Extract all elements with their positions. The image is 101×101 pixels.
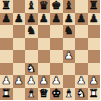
white-pawn[interactable]: ♟ <box>14 75 24 87</box>
square-c3[interactable]: ♞ <box>25 63 38 76</box>
square-c2[interactable]: ♟ <box>25 75 38 88</box>
white-bishop[interactable]: ♝ <box>26 88 36 100</box>
square-h3[interactable] <box>88 63 101 76</box>
square-e1[interactable]: ♚ <box>50 88 63 101</box>
square-d5[interactable] <box>38 38 51 51</box>
black-knight[interactable]: ♞ <box>64 25 74 37</box>
square-e4[interactable] <box>50 50 63 63</box>
square-c6[interactable]: ♞ <box>25 25 38 38</box>
square-a8[interactable]: ♜ <box>0 0 13 13</box>
square-a4[interactable] <box>0 50 13 63</box>
white-rook[interactable]: ♜ <box>89 88 99 100</box>
square-a5[interactable] <box>0 38 13 51</box>
square-f7[interactable]: ♟ <box>63 13 76 26</box>
square-e7[interactable]: ♟ <box>50 13 63 26</box>
white-pawn[interactable]: ♟ <box>39 75 49 87</box>
white-rook[interactable]: ♜ <box>1 88 11 100</box>
square-e5[interactable] <box>50 38 63 51</box>
white-pawn[interactable]: ♟ <box>64 50 74 62</box>
square-g3[interactable] <box>75 63 88 76</box>
square-c5[interactable] <box>25 38 38 51</box>
square-f6[interactable]: ♞ <box>63 25 76 38</box>
black-pawn[interactable]: ♟ <box>1 13 11 25</box>
white-pawn[interactable]: ♟ <box>76 75 86 87</box>
square-e8[interactable]: ♚ <box>50 0 63 13</box>
white-pawn[interactable]: ♟ <box>26 75 36 87</box>
square-d8[interactable]: ♛ <box>38 0 51 13</box>
square-c8[interactable]: ♝ <box>25 0 38 13</box>
square-d1[interactable]: ♛ <box>38 88 51 101</box>
square-b7[interactable]: ♟ <box>13 13 26 26</box>
black-pawn[interactable]: ♟ <box>64 13 74 25</box>
black-pawn[interactable]: ♟ <box>76 13 86 25</box>
square-b4[interactable] <box>13 50 26 63</box>
square-g1[interactable]: ♞ <box>75 88 88 101</box>
white-pawn[interactable]: ♟ <box>51 75 61 87</box>
black-bishop[interactable]: ♝ <box>64 0 74 12</box>
square-h6[interactable] <box>88 25 101 38</box>
square-d3[interactable] <box>38 63 51 76</box>
square-c4[interactable] <box>25 50 38 63</box>
square-f1[interactable]: ♝ <box>63 88 76 101</box>
square-b5[interactable] <box>13 38 26 51</box>
square-h8[interactable]: ♜ <box>88 0 101 13</box>
square-b2[interactable]: ♟ <box>13 75 26 88</box>
square-h2[interactable]: ♟ <box>88 75 101 88</box>
white-knight[interactable]: ♞ <box>26 63 36 75</box>
square-a7[interactable]: ♟ <box>0 13 13 26</box>
square-a3[interactable] <box>0 63 13 76</box>
white-pawn[interactable]: ♟ <box>89 75 99 87</box>
square-d6[interactable] <box>38 25 51 38</box>
square-b6[interactable] <box>13 25 26 38</box>
square-h5[interactable] <box>88 38 101 51</box>
square-g5[interactable] <box>75 38 88 51</box>
square-b8[interactable] <box>13 0 26 13</box>
square-f3[interactable] <box>63 63 76 76</box>
square-c1[interactable]: ♝ <box>25 88 38 101</box>
white-pawn[interactable]: ♟ <box>1 75 11 87</box>
square-g6[interactable] <box>75 25 88 38</box>
square-d4[interactable] <box>38 50 51 63</box>
square-a1[interactable]: ♜ <box>0 88 13 101</box>
white-bishop[interactable]: ♝ <box>64 88 74 100</box>
black-pawn[interactable]: ♟ <box>14 13 24 25</box>
square-d7[interactable]: ♟ <box>38 13 51 26</box>
white-queen[interactable]: ♛ <box>39 88 49 100</box>
square-h7[interactable]: ♟ <box>88 13 101 26</box>
black-rook[interactable]: ♜ <box>89 0 99 12</box>
square-h1[interactable]: ♜ <box>88 88 101 101</box>
square-a6[interactable] <box>0 25 13 38</box>
square-g4[interactable] <box>75 50 88 63</box>
square-g7[interactable]: ♟ <box>75 13 88 26</box>
square-a2[interactable]: ♟ <box>0 75 13 88</box>
square-e2[interactable]: ♟ <box>50 75 63 88</box>
square-h4[interactable] <box>88 50 101 63</box>
square-b3[interactable] <box>13 63 26 76</box>
white-king[interactable]: ♚ <box>51 88 61 100</box>
square-c7[interactable]: ♟ <box>25 13 38 26</box>
black-bishop[interactable]: ♝ <box>26 0 36 12</box>
black-rook[interactable]: ♜ <box>1 0 11 12</box>
square-f5[interactable] <box>63 38 76 51</box>
square-f8[interactable]: ♝ <box>63 0 76 13</box>
white-knight[interactable]: ♞ <box>76 88 86 100</box>
square-f4[interactable]: ♟ <box>63 50 76 63</box>
chess-board: ♜♝♛♚♝♜♟♟♟♟♟♟♟♟♞♞♟♞♟♟♟♟♟♟♟♜♝♛♚♝♞♜ <box>0 0 100 100</box>
square-b1[interactable] <box>13 88 26 101</box>
square-g8[interactable] <box>75 0 88 13</box>
black-queen[interactable]: ♛ <box>39 0 49 12</box>
black-pawn[interactable]: ♟ <box>39 13 49 25</box>
black-pawn[interactable]: ♟ <box>26 13 36 25</box>
square-e3[interactable] <box>50 63 63 76</box>
black-pawn[interactable]: ♟ <box>51 13 61 25</box>
black-pawn[interactable]: ♟ <box>89 13 99 25</box>
square-g2[interactable]: ♟ <box>75 75 88 88</box>
black-knight[interactable]: ♞ <box>26 25 36 37</box>
square-e6[interactable] <box>50 25 63 38</box>
square-d2[interactable]: ♟ <box>38 75 51 88</box>
black-king[interactable]: ♚ <box>51 0 61 12</box>
square-f2[interactable] <box>63 75 76 88</box>
